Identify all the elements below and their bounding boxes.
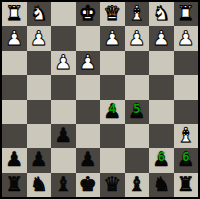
square-f7[interactable] <box>51 148 76 172</box>
black-pawn-icon: ♟ <box>30 149 48 169</box>
square-e2[interactable] <box>76 26 101 50</box>
square-e3[interactable]: ♟ <box>76 51 101 75</box>
square-d5[interactable]: ♟4 <box>100 100 125 124</box>
square-e8[interactable]: ♚ <box>76 173 101 197</box>
black-knight-icon: ♞ <box>152 174 170 194</box>
square-h1[interactable]: ♜ <box>2 2 27 26</box>
black-bishop-icon: ♝ <box>54 174 72 194</box>
white-pawn-icon: ♟ <box>128 28 146 48</box>
square-d7[interactable] <box>100 148 125 172</box>
square-a3[interactable] <box>174 51 199 75</box>
black-pawn-icon: ♟ <box>128 101 146 121</box>
square-d6[interactable] <box>100 124 125 148</box>
white-pawn-icon: ♟ <box>54 52 72 72</box>
square-c8[interactable]: ♝ <box>125 173 150 197</box>
black-pawn-icon: ♟ <box>5 149 23 169</box>
square-c1[interactable]: ♝ <box>125 2 150 26</box>
black-pawn-icon: ♟ <box>177 149 195 169</box>
square-e5[interactable] <box>76 100 101 124</box>
white-pawn-icon: ♟ <box>177 28 195 48</box>
square-d4[interactable] <box>100 75 125 99</box>
square-c3[interactable] <box>125 51 150 75</box>
square-g6[interactable] <box>27 124 52 148</box>
square-e1[interactable]: ♚ <box>76 2 101 26</box>
square-f8[interactable]: ♝ <box>51 173 76 197</box>
square-b2[interactable]: ♟ <box>149 26 174 50</box>
square-a7[interactable]: ♟6 <box>174 148 199 172</box>
square-a5[interactable] <box>174 100 199 124</box>
square-b6[interactable] <box>149 124 174 148</box>
square-c5[interactable]: ♟5 <box>125 100 150 124</box>
square-h5[interactable] <box>2 100 27 124</box>
square-f4[interactable] <box>51 75 76 99</box>
white-pawn-icon: ♟ <box>79 52 97 72</box>
square-a1[interactable]: ♜ <box>174 2 199 26</box>
square-f1[interactable] <box>51 2 76 26</box>
black-pawn-icon: ♟ <box>54 125 72 145</box>
square-g1[interactable]: ♞ <box>27 2 52 26</box>
square-e4[interactable] <box>76 75 101 99</box>
white-bishop-icon: ♝ <box>128 3 146 23</box>
square-g2[interactable]: ♟ <box>27 26 52 50</box>
square-c2[interactable]: ♟ <box>125 26 150 50</box>
white-knight-icon: ♞ <box>152 3 170 23</box>
square-g3[interactable] <box>27 51 52 75</box>
square-f5[interactable] <box>51 100 76 124</box>
square-b7[interactable]: ♟6 <box>149 148 174 172</box>
black-queen-icon: ♛ <box>103 174 121 194</box>
square-a4[interactable] <box>174 75 199 99</box>
white-rook-icon: ♜ <box>177 3 195 23</box>
chess-board-frame: ♜♞♚♛♝♞♜♟♟♟♟♟♟♟♟♟4♟5♟♝♟♟♟♟6♟6♜♞♝♚♛♝♞♜ <box>0 0 200 199</box>
square-b1[interactable]: ♞ <box>149 2 174 26</box>
white-king-icon: ♚ <box>79 3 97 23</box>
square-c6[interactable] <box>125 124 150 148</box>
black-king-icon: ♚ <box>79 174 97 194</box>
white-rook-icon: ♜ <box>5 3 23 23</box>
square-h2[interactable]: ♟ <box>2 26 27 50</box>
square-f6[interactable]: ♟ <box>51 124 76 148</box>
square-d8[interactable]: ♛ <box>100 173 125 197</box>
black-pawn-icon: ♟ <box>152 149 170 169</box>
black-pawn-icon: ♟ <box>103 101 121 121</box>
square-d2[interactable]: ♟ <box>100 26 125 50</box>
square-a8[interactable]: ♜ <box>174 173 199 197</box>
square-g8[interactable]: ♞ <box>27 173 52 197</box>
square-c7[interactable] <box>125 148 150 172</box>
white-knight-icon: ♞ <box>30 3 48 23</box>
chess-board: ♜♞♚♛♝♞♜♟♟♟♟♟♟♟♟♟4♟5♟♝♟♟♟♟6♟6♜♞♝♚♛♝♞♜ <box>2 2 198 197</box>
square-a2[interactable]: ♟ <box>174 26 199 50</box>
square-f3[interactable]: ♟ <box>51 51 76 75</box>
black-rook-icon: ♜ <box>5 174 23 194</box>
square-a6[interactable]: ♝ <box>174 124 199 148</box>
white-bishop-icon: ♝ <box>177 125 195 145</box>
square-b3[interactable] <box>149 51 174 75</box>
square-g7[interactable]: ♟ <box>27 148 52 172</box>
white-pawn-icon: ♟ <box>152 28 170 48</box>
square-d1[interactable]: ♛ <box>100 2 125 26</box>
square-b8[interactable]: ♞ <box>149 173 174 197</box>
square-e7[interactable]: ♟ <box>76 148 101 172</box>
white-queen-icon: ♛ <box>103 3 121 23</box>
square-b5[interactable] <box>149 100 174 124</box>
square-e6[interactable] <box>76 124 101 148</box>
square-f2[interactable] <box>51 26 76 50</box>
square-h3[interactable] <box>2 51 27 75</box>
black-rook-icon: ♜ <box>177 174 195 194</box>
square-h7[interactable]: ♟ <box>2 148 27 172</box>
black-knight-icon: ♞ <box>30 174 48 194</box>
square-h4[interactable] <box>2 75 27 99</box>
square-d3[interactable] <box>100 51 125 75</box>
square-g4[interactable] <box>27 75 52 99</box>
black-bishop-icon: ♝ <box>128 174 146 194</box>
white-pawn-icon: ♟ <box>30 28 48 48</box>
white-pawn-icon: ♟ <box>5 28 23 48</box>
square-h6[interactable] <box>2 124 27 148</box>
black-pawn-icon: ♟ <box>79 149 97 169</box>
white-pawn-icon: ♟ <box>103 28 121 48</box>
square-c4[interactable] <box>125 75 150 99</box>
square-h8[interactable]: ♜ <box>2 173 27 197</box>
square-b4[interactable] <box>149 75 174 99</box>
square-g5[interactable] <box>27 100 52 124</box>
